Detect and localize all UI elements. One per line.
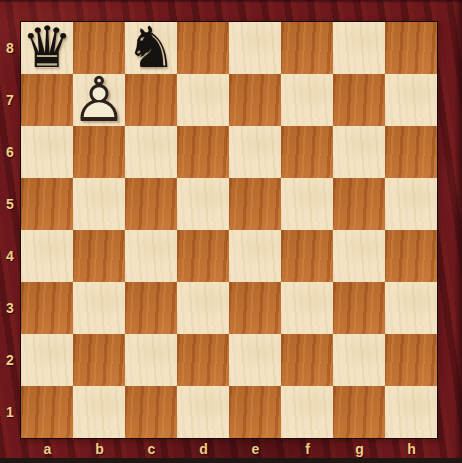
square-c4[interactable] xyxy=(125,230,177,282)
square-c3[interactable] xyxy=(125,282,177,334)
file-labels: abcdefgh xyxy=(22,440,438,463)
rank-label-3: 3 xyxy=(0,282,20,334)
black-queen[interactable]: ♛ xyxy=(21,22,72,74)
square-a3[interactable] xyxy=(21,282,73,334)
square-f6[interactable] xyxy=(281,126,333,178)
square-d4[interactable] xyxy=(177,230,229,282)
rank-label-5: 5 xyxy=(0,178,20,230)
square-b5[interactable] xyxy=(73,178,125,230)
square-f7[interactable] xyxy=(281,74,333,126)
square-f8[interactable] xyxy=(281,22,333,74)
square-d5[interactable] xyxy=(177,178,229,230)
square-g7[interactable] xyxy=(333,74,385,126)
square-g2[interactable] xyxy=(333,334,385,386)
square-f2[interactable] xyxy=(281,334,333,386)
square-c6[interactable] xyxy=(125,126,177,178)
square-g1[interactable] xyxy=(333,386,385,438)
square-d6[interactable] xyxy=(177,126,229,178)
square-a8[interactable]: ♛ xyxy=(21,22,73,74)
square-a7[interactable] xyxy=(21,74,73,126)
square-d1[interactable] xyxy=(177,386,229,438)
square-h4[interactable] xyxy=(385,230,437,282)
rank-label-8: 8 xyxy=(0,22,20,74)
white-pawn-outline: ♙ xyxy=(73,74,125,126)
square-e3[interactable] xyxy=(229,282,281,334)
square-a5[interactable] xyxy=(21,178,73,230)
square-b1[interactable] xyxy=(73,386,125,438)
square-g5[interactable] xyxy=(333,178,385,230)
rank-label-1: 1 xyxy=(0,386,20,438)
square-e8[interactable] xyxy=(229,22,281,74)
rank-label-4: 4 xyxy=(0,230,20,282)
square-f4[interactable] xyxy=(281,230,333,282)
square-h2[interactable] xyxy=(385,334,437,386)
square-a2[interactable] xyxy=(21,334,73,386)
file-label-h: h xyxy=(386,440,438,463)
square-e1[interactable] xyxy=(229,386,281,438)
square-g4[interactable] xyxy=(333,230,385,282)
rank-label-6: 6 xyxy=(0,126,20,178)
rank-labels: 87654321 xyxy=(0,22,20,438)
square-d3[interactable] xyxy=(177,282,229,334)
square-h1[interactable] xyxy=(385,386,437,438)
square-e4[interactable] xyxy=(229,230,281,282)
board-frame: 87654321 ♛♞♟♙ abcdefgh xyxy=(0,0,462,463)
square-e2[interactable] xyxy=(229,334,281,386)
square-c8[interactable]: ♞ xyxy=(125,22,177,74)
square-h6[interactable] xyxy=(385,126,437,178)
square-e7[interactable] xyxy=(229,74,281,126)
square-g6[interactable] xyxy=(333,126,385,178)
chess-board: ♛♞♟♙ xyxy=(20,21,438,439)
square-e5[interactable] xyxy=(229,178,281,230)
square-h8[interactable] xyxy=(385,22,437,74)
square-a6[interactable] xyxy=(21,126,73,178)
square-d2[interactable] xyxy=(177,334,229,386)
file-label-b: b xyxy=(74,440,126,463)
white-pawn[interactable]: ♟♙ xyxy=(73,74,125,126)
file-label-f: f xyxy=(282,440,334,463)
square-f3[interactable] xyxy=(281,282,333,334)
file-label-e: e xyxy=(230,440,282,463)
square-d8[interactable] xyxy=(177,22,229,74)
square-g8[interactable] xyxy=(333,22,385,74)
square-a1[interactable] xyxy=(21,386,73,438)
square-h3[interactable] xyxy=(385,282,437,334)
square-a4[interactable] xyxy=(21,230,73,282)
square-g3[interactable] xyxy=(333,282,385,334)
square-f1[interactable] xyxy=(281,386,333,438)
square-c7[interactable] xyxy=(125,74,177,126)
square-c2[interactable] xyxy=(125,334,177,386)
file-label-a: a xyxy=(22,440,74,463)
square-b3[interactable] xyxy=(73,282,125,334)
square-e6[interactable] xyxy=(229,126,281,178)
square-d7[interactable] xyxy=(177,74,229,126)
rank-label-7: 7 xyxy=(0,74,20,126)
file-label-d: d xyxy=(178,440,230,463)
square-b4[interactable] xyxy=(73,230,125,282)
square-b2[interactable] xyxy=(73,334,125,386)
square-c5[interactable] xyxy=(125,178,177,230)
square-b8[interactable] xyxy=(73,22,125,74)
square-c1[interactable] xyxy=(125,386,177,438)
file-label-c: c xyxy=(126,440,178,463)
rank-label-2: 2 xyxy=(0,334,20,386)
file-label-g: g xyxy=(334,440,386,463)
square-b7[interactable]: ♟♙ xyxy=(73,74,125,126)
black-knight[interactable]: ♞ xyxy=(125,22,176,74)
square-f5[interactable] xyxy=(281,178,333,230)
square-h5[interactable] xyxy=(385,178,437,230)
frame-right-bevel xyxy=(454,0,462,463)
square-h7[interactable] xyxy=(385,74,437,126)
square-b6[interactable] xyxy=(73,126,125,178)
